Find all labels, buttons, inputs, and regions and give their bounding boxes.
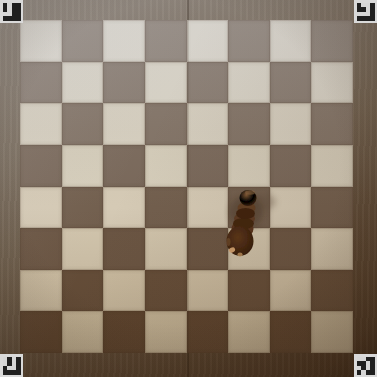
square-g1[interactable] (270, 311, 312, 353)
square-g2[interactable] (270, 270, 312, 312)
square-c4[interactable] (103, 187, 145, 229)
square-a6[interactable] (20, 103, 62, 145)
square-c1[interactable] (103, 311, 145, 353)
square-a4[interactable] (20, 187, 62, 229)
hinge-seam-bottom (187, 353, 189, 377)
square-b4[interactable] (62, 187, 104, 229)
square-a1[interactable] (20, 311, 62, 353)
square-c6[interactable] (103, 103, 145, 145)
square-d4[interactable] (145, 187, 187, 229)
square-h7[interactable] (311, 62, 353, 104)
square-a3[interactable] (20, 228, 62, 270)
square-e6[interactable] (187, 103, 229, 145)
square-g8[interactable] (270, 20, 312, 62)
fiducial-marker-top-left (0, 0, 23, 23)
square-e2[interactable] (187, 270, 229, 312)
square-f8[interactable] (228, 20, 270, 62)
square-e7[interactable] (187, 62, 229, 104)
square-h8[interactable] (311, 20, 353, 62)
square-d1[interactable] (145, 311, 187, 353)
hinge-seam (187, 0, 189, 377)
square-h2[interactable] (311, 270, 353, 312)
square-c5[interactable] (103, 145, 145, 187)
square-a2[interactable] (20, 270, 62, 312)
fiducial-marker-bottom-left (0, 354, 23, 377)
square-f6[interactable] (228, 103, 270, 145)
square-f1[interactable] (228, 311, 270, 353)
square-c2[interactable] (103, 270, 145, 312)
square-g7[interactable] (270, 62, 312, 104)
square-h4[interactable] (311, 187, 353, 229)
square-e1[interactable] (187, 311, 229, 353)
fiducial-marker-bottom-right (354, 354, 377, 377)
square-h1[interactable] (311, 311, 353, 353)
square-b7[interactable] (62, 62, 104, 104)
square-h3[interactable] (311, 228, 353, 270)
chessboard-photo: ♟ black pawn on f3 (0, 0, 377, 377)
square-b3[interactable] (62, 228, 104, 270)
square-c3[interactable] (103, 228, 145, 270)
square-a7[interactable] (20, 62, 62, 104)
square-b1[interactable] (62, 311, 104, 353)
square-g6[interactable] (270, 103, 312, 145)
square-d7[interactable] (145, 62, 187, 104)
square-b8[interactable] (62, 20, 104, 62)
square-h6[interactable] (311, 103, 353, 145)
fiducial-marker-top-right (354, 0, 377, 23)
square-h5[interactable] (311, 145, 353, 187)
black-pawn[interactable]: black pawn on f3 (213, 176, 283, 268)
square-c7[interactable] (103, 62, 145, 104)
square-b6[interactable] (62, 103, 104, 145)
square-d5[interactable] (145, 145, 187, 187)
hinge-seam-top (187, 0, 189, 20)
square-d2[interactable] (145, 270, 187, 312)
square-d3[interactable] (145, 228, 187, 270)
square-b2[interactable] (62, 270, 104, 312)
square-c8[interactable] (103, 20, 145, 62)
square-d6[interactable] (145, 103, 187, 145)
square-a8[interactable] (20, 20, 62, 62)
square-d8[interactable] (145, 20, 187, 62)
square-a5[interactable] (20, 145, 62, 187)
square-f7[interactable] (228, 62, 270, 104)
square-e8[interactable] (187, 20, 229, 62)
square-b5[interactable] (62, 145, 104, 187)
square-f2[interactable] (228, 270, 270, 312)
